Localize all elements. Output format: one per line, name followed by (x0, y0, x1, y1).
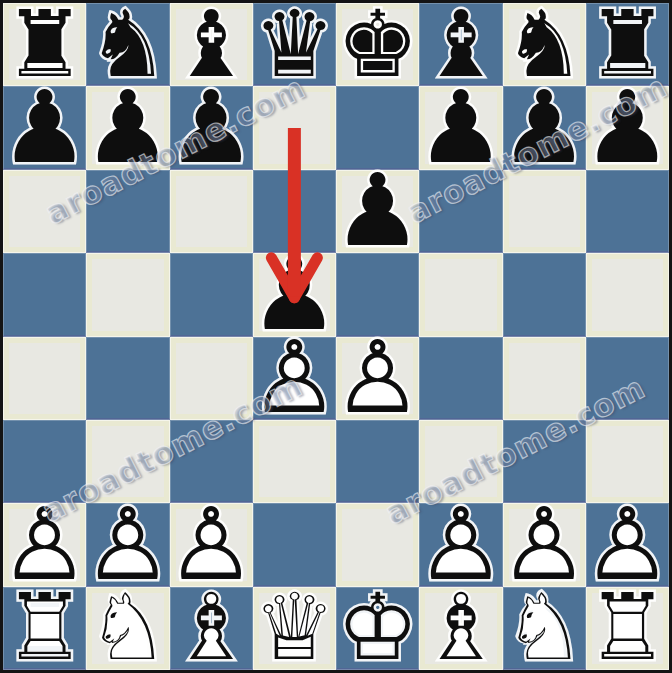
square-e1: ♚♔ (336, 587, 419, 670)
piece-glyph-fill: ♟ (503, 503, 586, 586)
black-pawn-e6: ♟ (336, 170, 419, 253)
black-rook-h8: ♜ (586, 3, 669, 86)
piece-glyph-fill: ♟ (419, 86, 502, 169)
piece-glyph-fill: ♟ (419, 503, 502, 586)
white-pawn-c2: ♙ (170, 503, 253, 586)
piece-glyph-fill: ♛ (253, 587, 336, 670)
white-knight-g1: ♘ (503, 587, 586, 670)
piece-glyph-fill: ♜ (586, 587, 669, 670)
black-bishop-c8: ♝ (170, 3, 253, 86)
piece-glyph-fill: ♟ (336, 337, 419, 420)
black-pawn-d5: ♟ (253, 253, 336, 336)
piece-glyph-fill: ♜ (3, 587, 86, 670)
square-a8: ♜♜ (3, 3, 86, 86)
square-f7: ♟♟ (419, 86, 502, 169)
black-pawn-h7: ♟ (586, 86, 669, 169)
square-d3 (253, 420, 336, 503)
piece-glyph-fill: ♚ (336, 587, 419, 670)
square-g3 (503, 420, 586, 503)
square-c1: ♝♗ (170, 587, 253, 670)
square-f1: ♝♗ (419, 587, 502, 670)
square-h5 (586, 253, 669, 336)
square-b6 (86, 170, 169, 253)
piece-glyph-fill: ♟ (86, 503, 169, 586)
square-a7: ♟♟ (3, 86, 86, 169)
black-pawn-a7: ♟ (3, 86, 86, 169)
piece-glyph-fill: ♝ (419, 587, 502, 670)
piece-glyph-fill: ♟ (586, 503, 669, 586)
white-bishop-c1: ♗ (170, 587, 253, 670)
piece-glyph-fill: ♟ (253, 337, 336, 420)
square-d2 (253, 503, 336, 586)
black-pawn-b7: ♟ (86, 86, 169, 169)
piece-glyph-fill: ♟ (586, 86, 669, 169)
black-bishop-f8: ♝ (419, 3, 502, 86)
square-h6 (586, 170, 669, 253)
square-b1: ♞♘ (86, 587, 169, 670)
square-e2 (336, 503, 419, 586)
square-h2: ♟♙ (586, 503, 669, 586)
piece-glyph-fill: ♟ (503, 86, 586, 169)
square-c7: ♟♟ (170, 86, 253, 169)
square-h3 (586, 420, 669, 503)
piece-glyph-fill: ♝ (170, 587, 253, 670)
chess-diagram: ♜♜♞♞♝♝♛♛♚♚♝♝♞♞♜♜♟♟♟♟♟♟♟♟♟♟♟♟♟♟♟♟♟♙♟♙♟♙♟♙… (0, 0, 672, 673)
square-c2: ♟♙ (170, 503, 253, 586)
piece-glyph-fill: ♞ (86, 587, 169, 670)
piece-glyph-fill: ♚ (336, 3, 419, 86)
square-a5 (3, 253, 86, 336)
square-g8: ♞♞ (503, 3, 586, 86)
square-a3 (3, 420, 86, 503)
white-pawn-d4: ♙ (253, 337, 336, 420)
square-c8: ♝♝ (170, 3, 253, 86)
square-g5 (503, 253, 586, 336)
piece-glyph-fill: ♟ (170, 86, 253, 169)
piece-glyph-fill: ♟ (3, 503, 86, 586)
square-e6: ♟♟ (336, 170, 419, 253)
piece-glyph-fill: ♟ (170, 503, 253, 586)
white-queen-d1: ♕ (253, 587, 336, 670)
square-d7 (253, 86, 336, 169)
square-c6 (170, 170, 253, 253)
square-b4 (86, 337, 169, 420)
square-a6 (3, 170, 86, 253)
square-a2: ♟♙ (3, 503, 86, 586)
black-queen-d8: ♛ (253, 3, 336, 86)
square-h7: ♟♟ (586, 86, 669, 169)
square-d1: ♛♕ (253, 587, 336, 670)
square-g1: ♞♘ (503, 587, 586, 670)
square-d8: ♛♛ (253, 3, 336, 86)
square-e8: ♚♚ (336, 3, 419, 86)
square-f3 (419, 420, 502, 503)
square-f2: ♟♙ (419, 503, 502, 586)
square-e5 (336, 253, 419, 336)
piece-glyph-fill: ♟ (336, 170, 419, 253)
square-b7: ♟♟ (86, 86, 169, 169)
white-pawn-h2: ♙ (586, 503, 669, 586)
square-c3 (170, 420, 253, 503)
piece-glyph-fill: ♟ (253, 253, 336, 336)
square-c5 (170, 253, 253, 336)
square-d5: ♟♟ (253, 253, 336, 336)
chessboard: ♜♜♞♞♝♝♛♛♚♚♝♝♞♞♜♜♟♟♟♟♟♟♟♟♟♟♟♟♟♟♟♟♟♙♟♙♟♙♟♙… (0, 0, 672, 673)
square-c4 (170, 337, 253, 420)
piece-glyph-fill: ♜ (3, 3, 86, 86)
piece-glyph-fill: ♝ (419, 3, 502, 86)
square-g2: ♟♙ (503, 503, 586, 586)
square-e7 (336, 86, 419, 169)
piece-glyph-fill: ♜ (586, 3, 669, 86)
white-bishop-f1: ♗ (419, 587, 502, 670)
square-f5 (419, 253, 502, 336)
square-h8: ♜♜ (586, 3, 669, 86)
square-g7: ♟♟ (503, 86, 586, 169)
square-f6 (419, 170, 502, 253)
square-h1: ♜♖ (586, 587, 669, 670)
square-b3 (86, 420, 169, 503)
white-pawn-f2: ♙ (419, 503, 502, 586)
black-king-e8: ♚ (336, 3, 419, 86)
square-b8: ♞♞ (86, 3, 169, 86)
black-pawn-f7: ♟ (419, 86, 502, 169)
square-a1: ♜♖ (3, 587, 86, 670)
white-rook-h1: ♖ (586, 587, 669, 670)
black-knight-b8: ♞ (86, 3, 169, 86)
square-h4 (586, 337, 669, 420)
white-pawn-e4: ♙ (336, 337, 419, 420)
piece-glyph-fill: ♞ (503, 3, 586, 86)
square-f4 (419, 337, 502, 420)
black-rook-a8: ♜ (3, 3, 86, 86)
square-b2: ♟♙ (86, 503, 169, 586)
square-d6 (253, 170, 336, 253)
square-g4 (503, 337, 586, 420)
square-f8: ♝♝ (419, 3, 502, 86)
black-pawn-c7: ♟ (170, 86, 253, 169)
square-b5 (86, 253, 169, 336)
piece-glyph-fill: ♟ (86, 86, 169, 169)
white-pawn-g2: ♙ (503, 503, 586, 586)
square-a4 (3, 337, 86, 420)
piece-glyph-fill: ♛ (253, 3, 336, 86)
piece-glyph-fill: ♞ (86, 3, 169, 86)
black-knight-g8: ♞ (503, 3, 586, 86)
square-d4: ♟♙ (253, 337, 336, 420)
white-king-e1: ♔ (336, 587, 419, 670)
white-knight-b1: ♘ (86, 587, 169, 670)
piece-glyph-fill: ♟ (3, 86, 86, 169)
black-pawn-g7: ♟ (503, 86, 586, 169)
square-g6 (503, 170, 586, 253)
square-e4: ♟♙ (336, 337, 419, 420)
white-rook-a1: ♖ (3, 587, 86, 670)
piece-glyph-fill: ♝ (170, 3, 253, 86)
white-pawn-b2: ♙ (86, 503, 169, 586)
square-e3 (336, 420, 419, 503)
piece-glyph-fill: ♞ (503, 587, 586, 670)
white-pawn-a2: ♙ (3, 503, 86, 586)
